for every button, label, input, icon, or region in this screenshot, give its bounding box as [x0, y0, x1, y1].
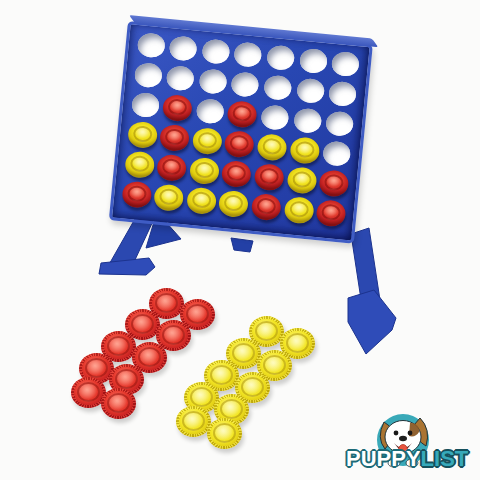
cell-r3c3: [193, 95, 228, 128]
cell-r1c5: [263, 41, 298, 74]
cell-r1c3: [198, 35, 233, 68]
empty-hole: [331, 51, 360, 77]
cell-r1c7: [328, 48, 363, 81]
board-grid: [119, 29, 363, 230]
cell-r4c7: [319, 137, 354, 170]
cell-r4c2: [157, 122, 192, 155]
cell-r1c2: [166, 32, 201, 65]
cell-r5c5: [252, 161, 287, 194]
empty-hole: [198, 68, 227, 94]
cell-r2c2: [163, 62, 198, 95]
empty-hole: [328, 81, 357, 107]
connect-four-board: [109, 21, 373, 244]
cell-r1c4: [231, 38, 266, 71]
cell-r5c4: [219, 158, 254, 191]
tray-yellow-disc: [176, 406, 211, 437]
cell-r6c7: [314, 197, 349, 230]
yellow-disc: [256, 133, 287, 162]
yellow-disc: [218, 190, 249, 219]
cell-r6c4: [216, 188, 251, 221]
cell-r4c6: [287, 134, 322, 167]
brand-text-puppy: PUPPY: [346, 446, 421, 471]
empty-hole: [263, 74, 292, 100]
product-photo-connect-four: PUPPYLIST: [0, 0, 480, 480]
yellow-disc: [192, 127, 223, 156]
red-disc: [254, 163, 285, 192]
red-disc: [251, 193, 282, 222]
red-disc: [221, 160, 252, 189]
tray-yellow-disc: [207, 418, 242, 449]
empty-hole: [136, 32, 165, 58]
red-disc: [316, 199, 347, 228]
cell-r2c4: [228, 68, 263, 101]
yellow-disc: [189, 157, 220, 186]
puppylist-watermark: PUPPYLIST: [346, 404, 476, 478]
empty-hole: [231, 71, 260, 97]
red-disc: [162, 94, 193, 123]
empty-hole: [299, 48, 328, 74]
bottom-slide-tab: [231, 238, 253, 252]
yellow-disc: [186, 187, 217, 216]
cell-r6c5: [249, 191, 284, 224]
cell-r4c4: [222, 128, 257, 161]
cell-r5c6: [284, 164, 319, 197]
red-disc: [318, 169, 349, 198]
cell-r2c7: [325, 77, 360, 110]
cell-r5c3: [187, 155, 222, 188]
red-disc: [156, 154, 187, 183]
empty-hole: [266, 45, 295, 71]
cell-r6c6: [281, 194, 316, 227]
cell-r3c1: [128, 89, 163, 122]
empty-hole: [234, 41, 263, 67]
yellow-disc: [289, 136, 320, 165]
empty-hole: [196, 98, 225, 124]
empty-hole: [260, 104, 289, 130]
cell-r6c1: [119, 178, 154, 211]
empty-hole: [293, 107, 322, 133]
cell-r3c5: [257, 101, 292, 134]
cell-r5c1: [122, 148, 157, 181]
cell-r1c6: [296, 44, 331, 77]
cell-r1c1: [133, 29, 168, 62]
cell-r4c5: [254, 131, 289, 164]
empty-hole: [322, 140, 351, 166]
empty-hole: [169, 35, 198, 61]
right-foot: [348, 290, 396, 354]
cell-r3c6: [290, 104, 325, 137]
empty-hole: [201, 38, 230, 64]
yellow-disc: [127, 121, 158, 150]
yellow-disc: [153, 183, 184, 212]
empty-hole: [131, 92, 160, 118]
cell-r4c3: [190, 125, 225, 158]
cell-r3c2: [160, 92, 195, 125]
cell-r6c2: [151, 181, 186, 214]
yellow-disc: [283, 196, 314, 225]
cell-r2c1: [131, 59, 166, 92]
cell-r3c7: [322, 107, 357, 140]
red-disc: [121, 180, 152, 209]
yellow-disc: [124, 150, 155, 179]
red-disc: [159, 124, 190, 153]
tray-red-disc: [101, 388, 136, 419]
cell-r5c7: [316, 167, 351, 200]
cell-r3c4: [225, 98, 260, 131]
brand-text-list: LIST: [421, 446, 469, 471]
cell-r2c6: [293, 74, 328, 107]
empty-hole: [134, 62, 163, 88]
red-disc: [224, 130, 255, 159]
empty-hole: [166, 65, 195, 91]
yellow-disc: [286, 166, 317, 195]
red-disc: [227, 100, 258, 129]
left-foot: [99, 258, 155, 275]
empty-hole: [296, 78, 325, 104]
empty-hole: [325, 111, 354, 137]
cell-r5c2: [154, 151, 189, 184]
brand-text: PUPPYLIST: [346, 448, 468, 470]
cell-r4c1: [125, 118, 160, 151]
cell-r2c5: [260, 71, 295, 104]
cell-r6c3: [184, 184, 219, 217]
cell-r2c3: [195, 65, 230, 98]
